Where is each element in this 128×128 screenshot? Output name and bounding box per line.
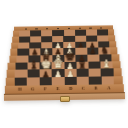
board-square: [101, 69, 113, 77]
file-label-g: G: [26, 86, 39, 94]
board-square: [89, 69, 101, 77]
board-square: [15, 70, 27, 78]
board-square: [16, 62, 28, 70]
board-square: [64, 77, 77, 85]
file-label-c: C: [77, 85, 90, 93]
board-square: ♟: [40, 70, 52, 78]
board-square: [39, 77, 52, 85]
coordinate-mark-dash: [57, 28, 59, 29]
board-square: [14, 78, 27, 86]
coordinate-mark-dash: [100, 27, 102, 28]
file-label-h: H: [14, 86, 27, 94]
coordinate-mark-dash: [68, 28, 70, 29]
board-square: ♝: [28, 62, 40, 70]
board-square: ♟: [64, 69, 76, 77]
coordinate-mark-dash: [79, 27, 81, 28]
board-square: [52, 77, 65, 85]
board-front-panel: [4, 93, 125, 102]
chess-board: ♟♟♟♟♟♟♟♟♟♞♛♝♚♟♝♚♛♟♜♝♟♟♟HGFEDCBA: [3, 25, 125, 101]
board-square: ♚: [40, 62, 52, 70]
file-label-e: E: [52, 85, 65, 93]
coordinate-mark-dash: [25, 28, 27, 29]
file-label-a: A: [102, 85, 115, 93]
file-label-d: D: [64, 85, 77, 93]
board-square: ♟: [52, 69, 64, 77]
board-square: [88, 61, 100, 69]
photo-background: ♟♟♟♟♟♟♟♟♟♞♛♝♚♟♝♚♛♟♜♝♟♟♟HGFEDCBA: [0, 0, 128, 128]
coordinate-mark-dash: [89, 27, 91, 28]
file-label-b: B: [90, 85, 103, 93]
coordinate-mark-dash: [46, 28, 48, 29]
coordinate-mark-dash: [35, 28, 37, 29]
board-square: ♜: [76, 62, 88, 70]
file-label-f: F: [39, 86, 52, 94]
board-square: [77, 77, 90, 85]
board-square: [102, 77, 115, 85]
board-square: [76, 69, 88, 77]
board-square: [27, 78, 40, 86]
board-square: [27, 70, 39, 78]
board-square: [89, 77, 102, 85]
board-square: ♝: [100, 61, 112, 69]
clasp-latch-icon: [59, 96, 69, 103]
